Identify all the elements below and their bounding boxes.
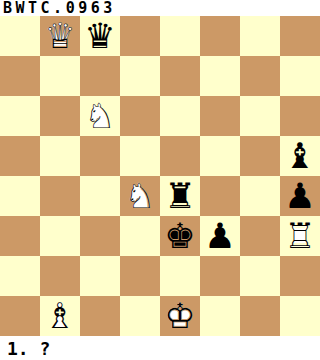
square-b5[interactable]	[40, 136, 80, 176]
square-b8[interactable]: ♛♕	[40, 16, 80, 56]
square-b4[interactable]	[40, 176, 80, 216]
square-c8[interactable]: ♛	[80, 16, 120, 56]
square-a5[interactable]	[0, 136, 40, 176]
square-f5[interactable]	[200, 136, 240, 176]
square-h8[interactable]	[280, 16, 320, 56]
square-f2[interactable]	[200, 256, 240, 296]
square-a1[interactable]	[0, 296, 40, 336]
white-knight: ♞♘	[80, 96, 120, 136]
square-c6[interactable]: ♞♘	[80, 96, 120, 136]
chess-puzzle-screen: BWTC.0963 ♛♕♛♞♘♝♞♘♜♟♚♟♜♖♝♗♚♔ 1. ?	[0, 0, 320, 360]
square-e1[interactable]: ♚♔	[160, 296, 200, 336]
square-g3[interactable]	[240, 216, 280, 256]
white-rook: ♜♖	[280, 216, 320, 256]
square-e5[interactable]	[160, 136, 200, 176]
square-a8[interactable]	[0, 16, 40, 56]
square-h7[interactable]	[280, 56, 320, 96]
square-g8[interactable]	[240, 16, 280, 56]
black-queen: ♛	[80, 16, 120, 56]
square-h3[interactable]: ♜♖	[280, 216, 320, 256]
square-e6[interactable]	[160, 96, 200, 136]
square-e4[interactable]: ♜	[160, 176, 200, 216]
square-g7[interactable]	[240, 56, 280, 96]
square-a7[interactable]	[0, 56, 40, 96]
square-b6[interactable]	[40, 96, 80, 136]
square-c5[interactable]	[80, 136, 120, 176]
square-b1[interactable]: ♝♗	[40, 296, 80, 336]
puzzle-id: BWTC.0963	[0, 0, 116, 17]
white-king: ♚♔	[160, 296, 200, 336]
square-f7[interactable]	[200, 56, 240, 96]
square-g2[interactable]	[240, 256, 280, 296]
square-a3[interactable]	[0, 216, 40, 256]
square-e2[interactable]	[160, 256, 200, 296]
white-knight: ♞♘	[120, 176, 160, 216]
square-d5[interactable]	[120, 136, 160, 176]
square-g4[interactable]	[240, 176, 280, 216]
square-h6[interactable]	[280, 96, 320, 136]
square-c7[interactable]	[80, 56, 120, 96]
square-f4[interactable]	[200, 176, 240, 216]
square-g6[interactable]	[240, 96, 280, 136]
square-b2[interactable]	[40, 256, 80, 296]
chess-board: ♛♕♛♞♘♝♞♘♜♟♚♟♜♖♝♗♚♔	[0, 16, 320, 336]
square-d4[interactable]: ♞♘	[120, 176, 160, 216]
square-b3[interactable]	[40, 216, 80, 256]
square-h2[interactable]	[280, 256, 320, 296]
square-h1[interactable]	[280, 296, 320, 336]
square-f8[interactable]	[200, 16, 240, 56]
square-e8[interactable]	[160, 16, 200, 56]
header: BWTC.0963	[0, 0, 320, 16]
square-a4[interactable]	[0, 176, 40, 216]
footer: 1. ?	[0, 336, 320, 360]
square-h4[interactable]: ♟	[280, 176, 320, 216]
square-e3[interactable]: ♚	[160, 216, 200, 256]
black-pawn: ♟	[280, 176, 320, 216]
square-a6[interactable]	[0, 96, 40, 136]
black-king: ♚	[160, 216, 200, 256]
square-g1[interactable]	[240, 296, 280, 336]
square-d2[interactable]	[120, 256, 160, 296]
square-d8[interactable]	[120, 16, 160, 56]
square-g5[interactable]	[240, 136, 280, 176]
black-bishop: ♝	[280, 136, 320, 176]
square-c3[interactable]	[80, 216, 120, 256]
square-d3[interactable]	[120, 216, 160, 256]
black-pawn: ♟	[200, 216, 240, 256]
square-f6[interactable]	[200, 96, 240, 136]
square-c1[interactable]	[80, 296, 120, 336]
square-h5[interactable]: ♝	[280, 136, 320, 176]
square-c2[interactable]	[80, 256, 120, 296]
square-c4[interactable]	[80, 176, 120, 216]
square-d6[interactable]	[120, 96, 160, 136]
move-prompt: 1. ?	[0, 338, 50, 359]
white-bishop: ♝♗	[40, 296, 80, 336]
square-d7[interactable]	[120, 56, 160, 96]
square-a2[interactable]	[0, 256, 40, 296]
square-b7[interactable]	[40, 56, 80, 96]
square-f3[interactable]: ♟	[200, 216, 240, 256]
black-rook: ♜	[160, 176, 200, 216]
white-queen: ♛♕	[40, 16, 80, 56]
square-f1[interactable]	[200, 296, 240, 336]
square-d1[interactable]	[120, 296, 160, 336]
square-e7[interactable]	[160, 56, 200, 96]
